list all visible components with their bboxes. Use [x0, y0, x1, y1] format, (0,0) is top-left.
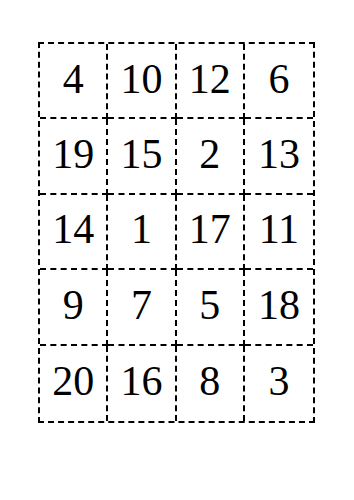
grid-cell: 4	[40, 44, 108, 119]
grid-cell: 15	[108, 119, 176, 194]
grid-cell: 5	[177, 270, 245, 345]
number-grid: 4101261915213141171197518201683	[38, 42, 315, 423]
grid-cell: 6	[245, 44, 313, 119]
grid-cell: 20	[40, 346, 108, 421]
grid-cell: 13	[245, 119, 313, 194]
grid-cell: 9	[40, 270, 108, 345]
grid-cell: 11	[245, 195, 313, 270]
grid-cell: 12	[177, 44, 245, 119]
grid-cell: 19	[40, 119, 108, 194]
grid-cell: 1	[108, 195, 176, 270]
grid-cell: 14	[40, 195, 108, 270]
grid-cell: 16	[108, 346, 176, 421]
grid-cell: 18	[245, 270, 313, 345]
grid-cell: 7	[108, 270, 176, 345]
grid-cell: 17	[177, 195, 245, 270]
grid-cell: 2	[177, 119, 245, 194]
grid-cell: 3	[245, 346, 313, 421]
grid-cell: 10	[108, 44, 176, 119]
grid-cell: 8	[177, 346, 245, 421]
